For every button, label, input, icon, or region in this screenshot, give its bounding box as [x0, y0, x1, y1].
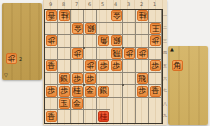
board-cell-5七[interactable]: 銀 — [97, 85, 110, 98]
board-cell-1四[interactable] — [149, 48, 162, 61]
board-cell-4九[interactable] — [110, 110, 123, 123]
board-cell-8三[interactable] — [58, 35, 71, 48]
shogi-piece[interactable]: 王 — [150, 23, 161, 34]
shogi-piece[interactable]: 歩 — [46, 86, 57, 97]
board-cell-1三[interactable]: 歩 — [149, 35, 162, 48]
shogi-piece[interactable]: 歩 — [72, 73, 83, 84]
hoshi-dot — [122, 84, 124, 86]
board-cell-4一[interactable]: 金 — [110, 10, 123, 23]
board-cell-4五[interactable]: 歩 — [110, 60, 123, 73]
board-cell-2四[interactable]: 歩 — [136, 48, 149, 61]
board-cell-7五[interactable] — [71, 60, 84, 73]
shogi-piece[interactable]: 桂 — [137, 10, 148, 21]
gote-marker-icon: ▽ — [4, 73, 8, 78]
shogi-piece[interactable]: 金 — [72, 23, 83, 34]
board-cell-5六[interactable] — [97, 73, 110, 86]
shogi-piece[interactable]: 桂 — [72, 86, 83, 97]
board-cell-9九[interactable]: 香 — [45, 110, 58, 123]
shogi-piece[interactable]: 桂 — [98, 111, 109, 122]
shogi-piece[interactable]: 香 — [46, 60, 57, 71]
hoshi-dot — [83, 84, 85, 86]
shogi-piece[interactable]: 歩 — [111, 60, 122, 71]
shogi-piece[interactable]: 銀 — [98, 86, 109, 97]
board-cell-4四[interactable]: 飛 — [110, 48, 123, 61]
hoshi-dot — [83, 47, 85, 49]
shogi-piece[interactable]: 金 — [85, 86, 96, 97]
board-cell-1五[interactable]: 歩 — [149, 60, 162, 73]
shogi-piece[interactable]: 歩 — [85, 60, 96, 71]
board-cell-5四[interactable] — [97, 48, 110, 61]
file-label: 2 — [135, 1, 148, 7]
board-cell-7一[interactable] — [71, 10, 84, 23]
board-cell-6三[interactable] — [84, 35, 97, 48]
shogi-piece[interactable]: 桂 — [59, 10, 70, 21]
board-cell-8七[interactable]: 歩 — [58, 85, 71, 98]
board-cell-6八[interactable] — [84, 98, 97, 111]
board-cell-2七[interactable]: 歩 — [136, 85, 149, 98]
board-cell-7八[interactable]: 金 — [71, 98, 84, 111]
sente-marker-icon: ▲ — [170, 47, 174, 52]
shogi-piece[interactable]: 歩 — [98, 60, 109, 71]
board-cell-9三[interactable]: 歩 — [45, 35, 58, 48]
shogi-piece[interactable]: 歩 — [85, 73, 96, 84]
board-cell-8六[interactable]: 銀 — [58, 73, 71, 86]
board-cell-1八[interactable] — [149, 98, 162, 111]
board-cell-8四[interactable] — [58, 48, 71, 61]
shogi-piece[interactable]: 歩 — [150, 35, 161, 46]
shogi-piece[interactable]: 香 — [46, 10, 57, 21]
shogi-piece[interactable]: 銀 — [59, 73, 70, 84]
board-cell-4八[interactable] — [110, 98, 123, 111]
board-cell-3六[interactable] — [123, 73, 136, 86]
board-cell-2九[interactable] — [136, 110, 149, 123]
shogi-piece[interactable]: 歩 — [150, 60, 161, 71]
gote-hand-slot[interactable]: 歩 2 — [6, 53, 22, 64]
shogi-piece[interactable]: 歩 — [137, 48, 148, 59]
shogi-piece[interactable]: 歩 — [72, 48, 83, 59]
board-cell-2二[interactable] — [136, 23, 149, 36]
board-cell-9一[interactable]: 香 — [45, 10, 58, 23]
board-cell-5三[interactable]: 角 — [97, 35, 110, 48]
board-cell-9五[interactable]: 香 — [45, 60, 58, 73]
file-label: 1 — [148, 1, 161, 7]
file-label: 4 — [109, 1, 122, 7]
board-cell-6一[interactable] — [84, 10, 97, 23]
file-label: 8 — [57, 1, 70, 7]
shogi-piece[interactable]: 金 — [72, 98, 83, 109]
board-cell-9二[interactable] — [45, 23, 58, 36]
board-cell-4二[interactable] — [110, 23, 123, 36]
board-cell-5二[interactable] — [97, 23, 110, 36]
board-cell-3四[interactable]: 歩 — [123, 48, 136, 61]
board-cell-7六[interactable]: 歩 — [71, 73, 84, 86]
board-cell-2一[interactable]: 桂 — [136, 10, 149, 23]
board-cell-2三[interactable] — [136, 35, 149, 48]
board-cell-6六[interactable]: 歩 — [84, 73, 97, 86]
board-cell-3一[interactable] — [123, 10, 136, 23]
board-cell-6五[interactable]: 歩 — [84, 60, 97, 73]
board-cell-7三[interactable] — [71, 35, 84, 48]
hand-piece-count: 2 — [19, 56, 22, 62]
board-cell-9六[interactable] — [45, 73, 58, 86]
shogi-piece[interactable]: 角 — [98, 35, 109, 46]
board-cell-1二[interactable]: 王 — [149, 23, 162, 36]
board-cell-2六[interactable]: 飛 — [136, 73, 149, 86]
shogi-piece[interactable]: 金 — [111, 10, 122, 21]
board-cell-7七[interactable]: 桂 — [71, 85, 84, 98]
board-cell-2五[interactable] — [136, 60, 149, 73]
board-cell-6七[interactable]: 金 — [84, 85, 97, 98]
board-cell-3五[interactable] — [123, 60, 136, 73]
board-cell-5八[interactable] — [97, 98, 110, 111]
shogi-piece[interactable]: 香 — [150, 86, 161, 97]
board-cell-3二[interactable] — [123, 23, 136, 36]
board-cell-1一[interactable] — [149, 10, 162, 23]
board-cell-3九[interactable] — [123, 110, 136, 123]
board-cell-1九[interactable] — [149, 110, 162, 123]
hand-piece-bishop[interactable]: 角 — [172, 60, 183, 71]
sente-komadai: ▲ 角 — [168, 46, 208, 125]
board-cell-9七[interactable]: 歩 — [45, 85, 58, 98]
file-label: 5 — [96, 1, 109, 7]
shogi-piece[interactable]: 歩 — [46, 35, 57, 46]
board-cell-4六[interactable] — [110, 73, 123, 86]
board-cell-4七[interactable] — [110, 85, 123, 98]
board-cell-7二[interactable]: 金 — [71, 23, 84, 36]
file-label: 3 — [122, 1, 135, 7]
shogi-piece[interactable]: 玉 — [59, 98, 70, 109]
board-cell-8五[interactable] — [58, 60, 71, 73]
board-cell-2八[interactable] — [136, 98, 149, 111]
board-cell-7四[interactable]: 歩 — [71, 48, 84, 61]
shogi-piece[interactable]: 飛 — [111, 48, 122, 59]
board-cell-1六[interactable] — [149, 73, 162, 86]
shogi-board[interactable]: 香桂金桂金銀王歩角銀歩歩飛歩歩香歩歩歩歩銀歩歩飛歩歩桂金銀歩香玉金香桂 — [44, 9, 163, 124]
board-cell-8一[interactable]: 桂 — [58, 10, 71, 23]
sente-hand-slot[interactable]: 角 — [172, 60, 183, 71]
hand-piece-pawn[interactable]: 歩 — [6, 53, 17, 64]
shogi-piece[interactable]: 歩 — [59, 86, 70, 97]
board-cell-9四[interactable] — [45, 48, 58, 61]
file-labels: 987654321 — [44, 1, 161, 7]
board-cell-4三[interactable]: 銀 — [110, 35, 123, 48]
shogi-piece[interactable]: 飛 — [137, 73, 148, 84]
board-cell-5一[interactable] — [97, 10, 110, 23]
board-cell-5五[interactable]: 歩 — [97, 60, 110, 73]
board-cell-3三[interactable] — [123, 35, 136, 48]
shogi-piece[interactable]: 銀 — [85, 23, 96, 34]
shogi-piece[interactable]: 歩 — [124, 48, 135, 59]
board-cell-1七[interactable]: 香 — [149, 85, 162, 98]
file-label: 9 — [44, 1, 57, 7]
board-cell-3八[interactable] — [123, 98, 136, 111]
board-cell-6四[interactable] — [84, 48, 97, 61]
board-cell-6二[interactable]: 銀 — [84, 23, 97, 36]
board-cell-8九[interactable] — [58, 110, 71, 123]
shogi-piece[interactable]: 歩 — [137, 86, 148, 97]
board-cell-8二[interactable] — [58, 23, 71, 36]
board-cell-5九[interactable]: 桂 — [97, 110, 110, 123]
board-cell-3七[interactable] — [123, 85, 136, 98]
file-label: 6 — [83, 1, 96, 7]
file-label: 7 — [70, 1, 83, 7]
board-cell-7九[interactable] — [71, 110, 84, 123]
board-cell-8八[interactable]: 玉 — [58, 98, 71, 111]
shogi-piece[interactable]: 銀 — [111, 35, 122, 46]
gote-komadai: 歩 2 ▽ — [2, 3, 42, 80]
shogi-piece[interactable]: 香 — [46, 111, 57, 122]
board-cell-9八[interactable] — [45, 98, 58, 111]
board-cell-6九[interactable] — [84, 110, 97, 123]
